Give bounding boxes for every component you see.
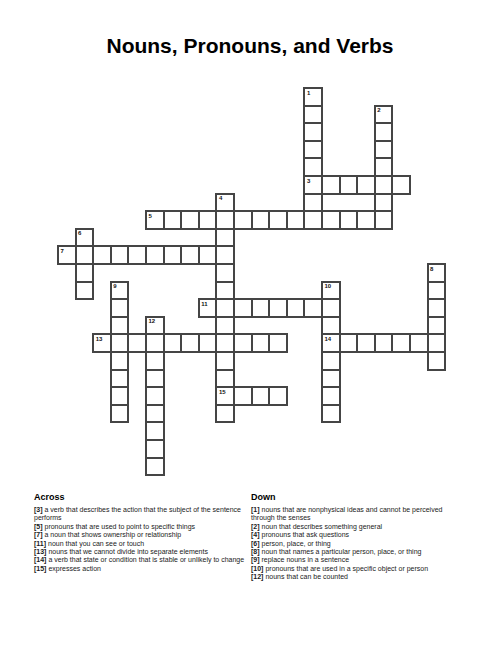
down-clue-list: [1] nouns that are nonphysical ideas and…	[251, 506, 465, 582]
across-clue-number: [14]	[34, 556, 48, 563]
across-clue: [13] nouns that we cannot divide into se…	[34, 548, 247, 556]
grid-number: 14	[325, 336, 332, 342]
across-clue-text: a verb that state or condition that is s…	[48, 556, 244, 563]
across-clue-list: [3] a verb that describes the action tha…	[34, 506, 247, 573]
grid-number: 6	[78, 230, 81, 236]
grid-number: 3	[307, 178, 310, 184]
down-clue-text: pronouns that are used in a specific obj…	[265, 565, 428, 572]
down-clues-section: Down [1] nouns that are nonphysical idea…	[251, 492, 465, 582]
down-clue-text: pronouns that ask questions	[262, 531, 350, 538]
grid-cell[interactable]	[75, 281, 95, 301]
grid-number: 2	[377, 107, 380, 113]
down-clue-number: [9]	[251, 556, 262, 563]
grid-cell[interactable]	[321, 404, 341, 424]
grid-number: 4	[219, 195, 222, 201]
grid-number: 11	[201, 301, 207, 307]
down-clue-text: nouns that can be counted	[265, 573, 348, 580]
grid-cell[interactable]	[268, 333, 288, 353]
across-header: Across	[34, 492, 247, 502]
grid-cell[interactable]	[215, 245, 235, 265]
down-clue-number: [8]	[251, 548, 262, 555]
down-clue: [9] replace nouns in a sentence	[251, 556, 465, 564]
grid-cell[interactable]	[145, 457, 165, 477]
grid-number: 7	[61, 248, 64, 254]
across-clue-number: [3]	[34, 506, 45, 513]
down-clue-text: noun that describes something general	[262, 523, 383, 530]
down-clue: [8] noun that names a particular person,…	[251, 548, 465, 556]
across-clue-text: nouns that we cannot divide into separat…	[48, 548, 208, 555]
across-clue-number: [7]	[34, 531, 45, 538]
across-clue-number: [13]	[34, 548, 48, 555]
crossword-worksheet: Nouns, Pronouns, and Verbs 1234567891011…	[0, 0, 500, 647]
grid-cell[interactable]	[110, 404, 130, 424]
grid-number: 9	[113, 283, 116, 289]
down-clue: [10] pronouns that are used in a specifi…	[251, 565, 465, 573]
across-clue: [5] pronouns that are used to point to s…	[34, 523, 247, 531]
down-clue-number: [2]	[251, 523, 262, 530]
crossword-grid: 123456789101112131415	[0, 0, 500, 490]
down-clue: [6] person, place, or thing	[251, 540, 465, 548]
down-clue-text: noun that names a particular person, pla…	[262, 548, 422, 555]
down-clue: [1] nouns that are nonphysical ideas and…	[251, 506, 465, 523]
down-clue: [2] noun that describes something genera…	[251, 523, 465, 531]
down-clue-text: nouns that are nonphysical ideas and can…	[251, 506, 442, 521]
grid-cell[interactable]	[374, 210, 394, 230]
grid-cell[interactable]	[321, 298, 341, 318]
grid-number: 8	[430, 266, 433, 272]
across-clue-text: a verb that describes the action that th…	[34, 506, 241, 521]
grid-cell[interactable]	[427, 351, 447, 371]
across-clue: [11] noun that you can see or touch	[34, 540, 247, 548]
grid-number: 1	[307, 90, 310, 96]
grid-number: 10	[325, 283, 332, 289]
grid-cell[interactable]	[427, 333, 447, 353]
down-clue-text: person, place, or thing	[262, 540, 331, 547]
across-clue-text: noun that you can see or touch	[48, 540, 144, 547]
across-clue-text: pronouns that are used to point to speci…	[45, 523, 196, 530]
across-clues-section: Across [3] a verb that describes the act…	[34, 492, 247, 573]
across-clue-number: [15]	[34, 565, 48, 572]
across-clue-number: [5]	[34, 523, 45, 530]
grid-cell[interactable]	[215, 404, 235, 424]
grid-cell[interactable]	[391, 175, 411, 195]
grid-number: 5	[149, 213, 152, 219]
down-clue-number: [4]	[251, 531, 262, 538]
down-clue-text: replace nouns in a sentence	[262, 556, 350, 563]
down-clue-number: [6]	[251, 540, 262, 547]
across-clue-text: expresses action	[48, 565, 101, 572]
down-clue: [12] nouns that can be counted	[251, 573, 465, 581]
down-clue: [4] pronouns that ask questions	[251, 531, 465, 539]
across-clue: [7] a noun that shows ownership or relat…	[34, 531, 247, 539]
down-clue-number: [12]	[251, 573, 265, 580]
down-header: Down	[251, 492, 465, 502]
across-clue: [15] expresses action	[34, 565, 247, 573]
down-clue-number: [10]	[251, 565, 265, 572]
grid-number: 15	[219, 389, 226, 395]
down-clue-number: [1]	[251, 506, 262, 513]
grid-number: 12	[149, 318, 156, 324]
grid-number: 13	[96, 336, 103, 342]
across-clue: [3] a verb that describes the action tha…	[34, 506, 247, 523]
grid-cell[interactable]	[268, 386, 288, 406]
across-clue-number: [11]	[34, 540, 48, 547]
across-clue-text: a noun that shows ownership or relations…	[45, 531, 182, 538]
across-clue: [14] a verb that state or condition that…	[34, 556, 247, 564]
